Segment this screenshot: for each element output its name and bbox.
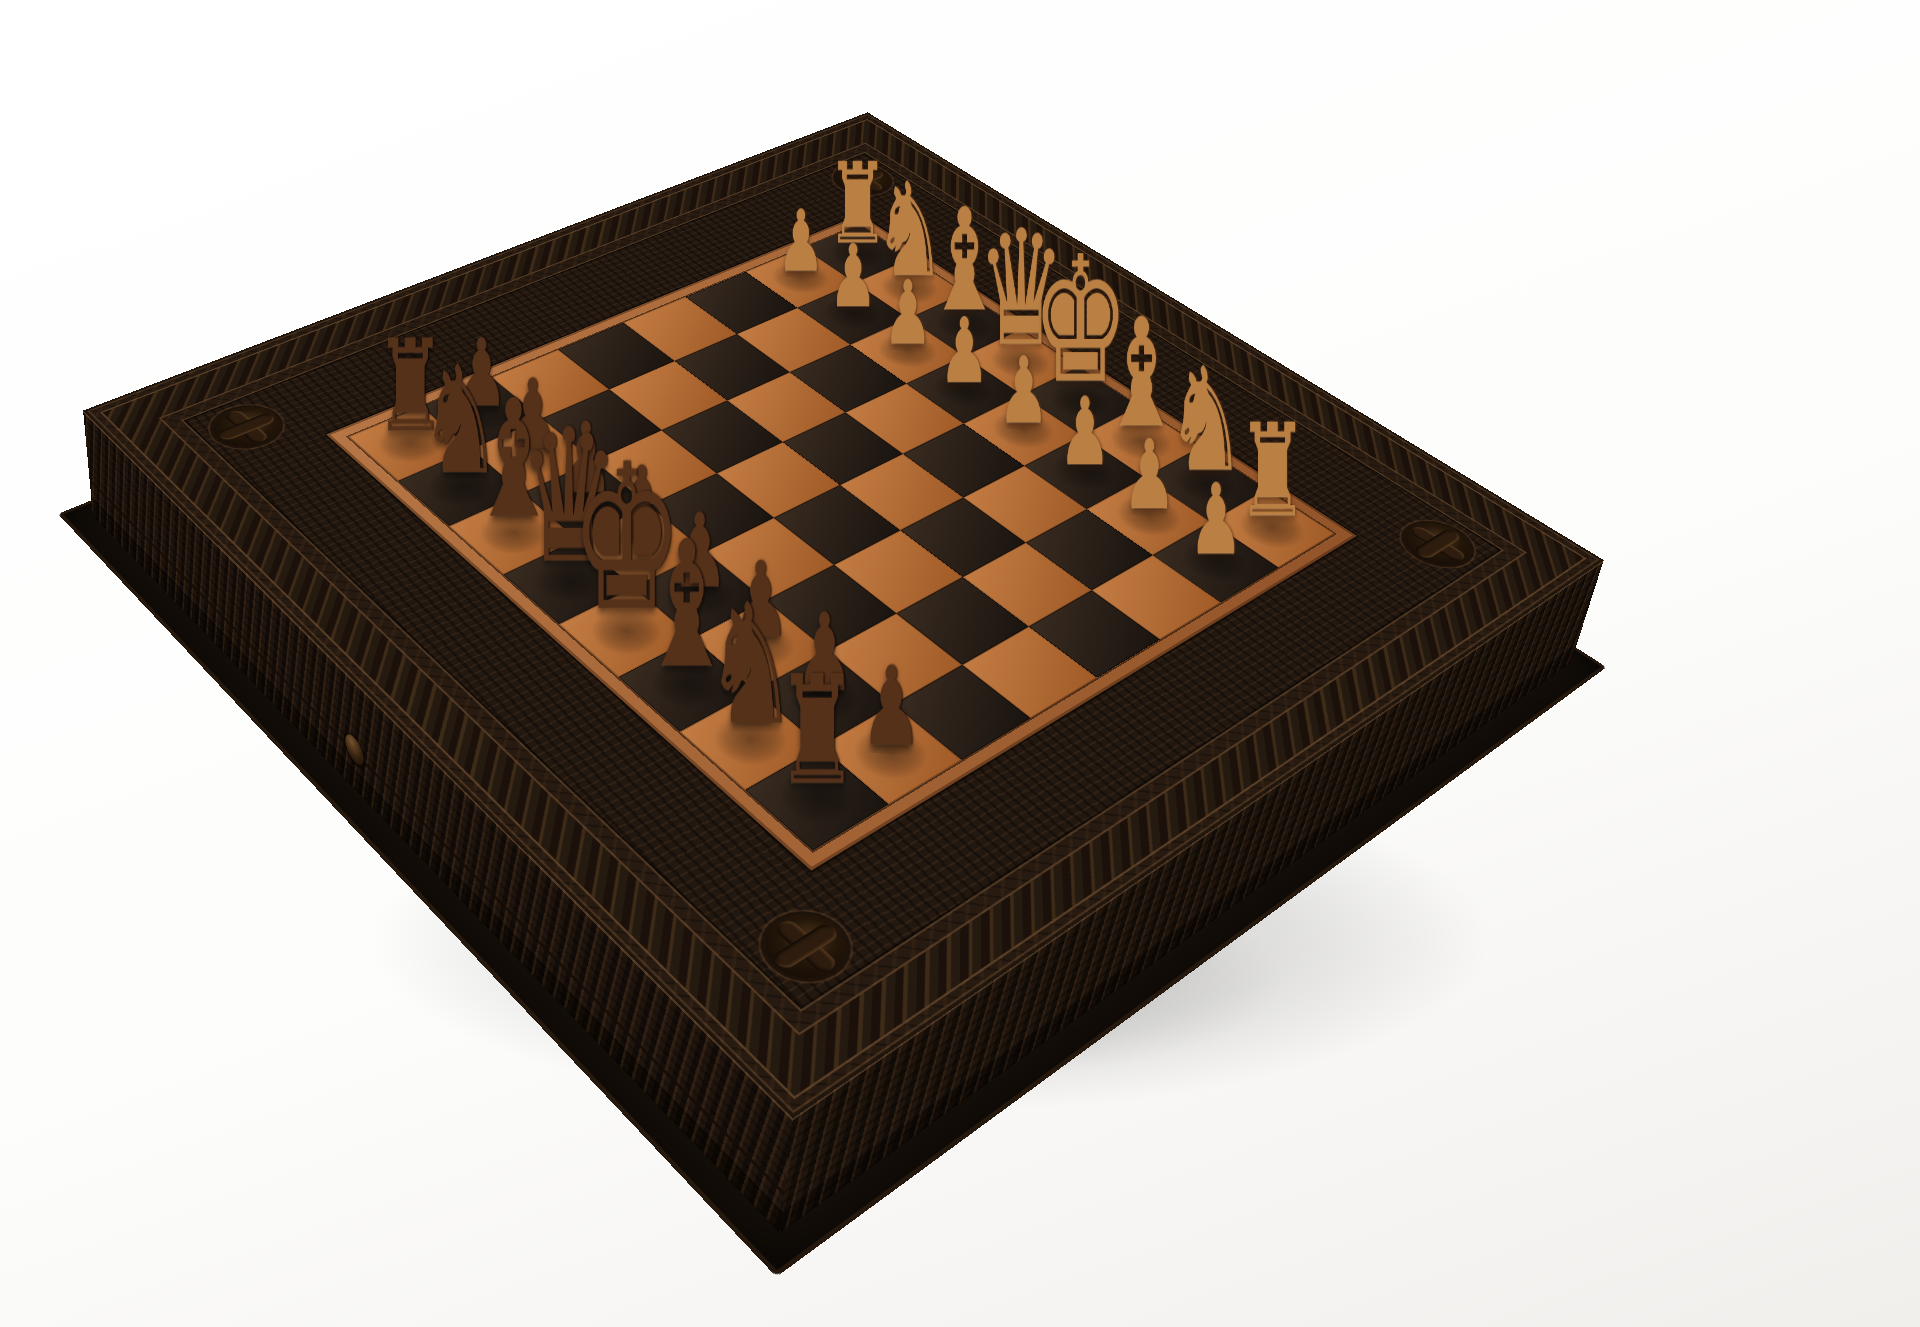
perspective-viewport: ♜♞♝♛♚♝♞♜♟♟♟♟♟♟♟♟♟♟♟♟♟♟♟♟♜♞♝♛♚♝♞♜ [0,0,1920,1327]
product-photo-scene: ♜♞♝♛♚♝♞♜♟♟♟♟♟♟♟♟♟♟♟♟♟♟♟♟♜♞♝♛♚♝♞♜ [0,0,1920,1327]
dark-rook-glyph-icon: ♜ [737,656,897,806]
drawer-knob [345,728,364,771]
chess-box-board: ♜♞♝♛♚♝♞♜♟♟♟♟♟♟♟♟♟♟♟♟♟♟♟♟♜♞♝♛♚♝♞♜ [83,112,1604,1118]
light-pawn-glyph-icon: ♟ [1146,471,1286,569]
board-top-face: ♜♞♝♛♚♝♞♜♟♟♟♟♟♟♟♟♟♟♟♟♟♟♟♟♜♞♝♛♚♝♞♜ [83,112,1604,1118]
